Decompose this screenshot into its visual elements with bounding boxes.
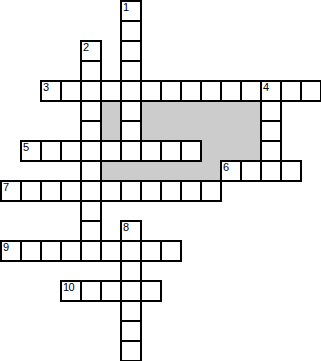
shaded-block [200, 100, 222, 122]
crossword-cell[interactable] [140, 240, 162, 262]
clue-number: 4 [263, 82, 269, 92]
shaded-block [100, 100, 122, 122]
shaded-block [100, 120, 122, 142]
crossword-cell[interactable] [80, 160, 102, 182]
crossword-cell[interactable] [260, 100, 282, 122]
clue-number: 3 [43, 82, 49, 92]
crossword-cell[interactable] [120, 60, 142, 82]
clue-number: 1 [123, 2, 129, 12]
crossword-cell[interactable] [120, 100, 142, 122]
clue-number: 7 [3, 182, 9, 192]
crossword-cell[interactable] [120, 40, 142, 62]
crossword-cell[interactable] [120, 180, 142, 202]
shaded-block [180, 100, 202, 122]
crossword-cell[interactable] [120, 20, 142, 42]
shaded-block [220, 140, 242, 162]
crossword-cell[interactable] [140, 180, 162, 202]
crossword-cell[interactable] [80, 100, 102, 122]
shaded-block [200, 120, 222, 142]
clue-number: 10 [63, 282, 74, 292]
shaded-block [160, 120, 182, 142]
crossword-cell[interactable] [80, 240, 102, 262]
shaded-block [200, 160, 222, 182]
clue-number: 2 [83, 42, 89, 52]
crossword-cell[interactable] [260, 140, 282, 162]
crossword-cell[interactable] [40, 140, 62, 162]
crossword-cell[interactable] [80, 120, 102, 142]
crossword-cell[interactable] [100, 180, 122, 202]
crossword-cell[interactable] [80, 180, 102, 202]
crossword-cell[interactable] [120, 340, 142, 361]
crossword-cell[interactable] [80, 200, 102, 222]
crossword-cell[interactable] [80, 60, 102, 82]
crossword-cell[interactable] [160, 240, 182, 262]
shaded-block [240, 140, 262, 162]
crossword-cell[interactable] [140, 280, 162, 302]
crossword-cell[interactable] [280, 80, 302, 102]
shaded-block [220, 120, 242, 142]
crossword-cell[interactable] [40, 240, 62, 262]
crossword-cell[interactable] [120, 140, 142, 162]
shaded-block [120, 160, 142, 182]
crossword-cell[interactable] [140, 80, 162, 102]
crossword-cell[interactable] [40, 180, 62, 202]
clue-number: 8 [123, 222, 129, 232]
shaded-block [140, 100, 162, 122]
crossword-cell[interactable] [60, 140, 82, 162]
crossword-cell[interactable] [100, 240, 122, 262]
clue-number: 5 [23, 142, 29, 152]
crossword-cell[interactable] [180, 140, 202, 162]
crossword-cell[interactable] [180, 80, 202, 102]
crossword-cell[interactable] [160, 180, 182, 202]
crossword-cell[interactable] [260, 120, 282, 142]
crossword-cell[interactable] [100, 280, 122, 302]
shaded-block [200, 140, 222, 162]
crossword-cell[interactable] [240, 160, 262, 182]
shaded-block [240, 120, 262, 142]
crossword-cell[interactable] [220, 80, 242, 102]
crossword-cell[interactable] [80, 220, 102, 242]
clue-number: 6 [223, 162, 229, 172]
crossword-cell[interactable] [120, 280, 142, 302]
shaded-block [240, 100, 262, 122]
crossword-cell[interactable] [120, 260, 142, 282]
crossword-cell[interactable] [80, 80, 102, 102]
crossword-cell[interactable] [120, 300, 142, 322]
crossword-cell[interactable] [120, 240, 142, 262]
crossword-cell[interactable] [300, 80, 321, 102]
crossword-cell[interactable] [120, 320, 142, 342]
crossword-cell[interactable] [80, 140, 102, 162]
crossword-cell[interactable] [60, 180, 82, 202]
shaded-block [180, 160, 202, 182]
clue-number: 9 [3, 242, 9, 252]
crossword-cell[interactable] [160, 140, 182, 162]
shaded-block [140, 160, 162, 182]
shaded-block [180, 120, 202, 142]
crossword-board: 12345678910 [0, 0, 321, 361]
crossword-cell[interactable] [60, 240, 82, 262]
shaded-block [140, 120, 162, 142]
crossword-cell[interactable] [200, 180, 222, 202]
shaded-block [160, 160, 182, 182]
crossword-cell[interactable] [160, 80, 182, 102]
crossword-cell[interactable] [120, 120, 142, 142]
crossword-cell[interactable] [260, 160, 282, 182]
shaded-block [100, 160, 122, 182]
crossword-cell[interactable] [20, 180, 42, 202]
crossword-cell[interactable] [280, 160, 302, 182]
crossword-cell[interactable] [180, 180, 202, 202]
crossword-cell[interactable] [20, 240, 42, 262]
crossword-cell[interactable] [60, 80, 82, 102]
shaded-block [160, 100, 182, 122]
crossword-cell[interactable] [100, 140, 122, 162]
crossword-cell[interactable] [240, 80, 262, 102]
crossword-cell[interactable] [120, 80, 142, 102]
crossword-cell[interactable] [200, 80, 222, 102]
crossword-cell[interactable] [80, 280, 102, 302]
crossword-cell[interactable] [140, 140, 162, 162]
shaded-block [220, 100, 242, 122]
crossword-cell[interactable] [100, 80, 122, 102]
